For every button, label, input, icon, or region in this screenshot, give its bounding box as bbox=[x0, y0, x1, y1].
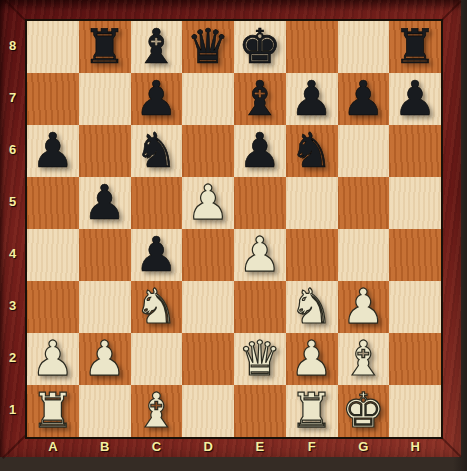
piece-white-pawn: ♟ bbox=[342, 282, 385, 330]
piece-black-pawn: ♟ bbox=[238, 126, 281, 174]
piece-black-pawn: ♟ bbox=[83, 178, 126, 226]
square-b4[interactable] bbox=[79, 229, 131, 281]
square-d6[interactable] bbox=[182, 125, 234, 177]
square-f1[interactable]: ♜ bbox=[286, 385, 338, 437]
file-label-d: D bbox=[182, 437, 234, 456]
piece-white-pawn: ♟ bbox=[31, 334, 74, 382]
piece-black-pawn: ♟ bbox=[290, 74, 333, 122]
square-a2[interactable]: ♟ bbox=[27, 333, 79, 385]
piece-black-bishop: ♝ bbox=[238, 74, 281, 122]
square-a6[interactable]: ♟ bbox=[27, 125, 79, 177]
piece-white-bishop: ♝ bbox=[342, 334, 385, 382]
square-g4[interactable] bbox=[338, 229, 390, 281]
square-e3[interactable] bbox=[234, 281, 286, 333]
rank-label-7: 7 bbox=[0, 71, 25, 123]
square-c8[interactable]: ♝ bbox=[131, 21, 183, 73]
file-label-g: G bbox=[338, 437, 390, 456]
piece-white-pawn: ♟ bbox=[290, 334, 333, 382]
square-g8[interactable] bbox=[338, 21, 390, 73]
piece-black-pawn: ♟ bbox=[394, 74, 437, 122]
file-label-e: E bbox=[234, 437, 286, 456]
square-d1[interactable] bbox=[182, 385, 234, 437]
square-a3[interactable] bbox=[27, 281, 79, 333]
square-f3[interactable]: ♞ bbox=[286, 281, 338, 333]
piece-black-pawn: ♟ bbox=[31, 126, 74, 174]
piece-black-bishop: ♝ bbox=[135, 22, 178, 70]
file-label-h: H bbox=[389, 437, 441, 456]
square-b6[interactable] bbox=[79, 125, 131, 177]
chess-app: 87654321 ABCDEFGH ♜♝♛♚♜♟♝♟♟♟♟♞♟♞♟♟♟♟♞♞♟♟… bbox=[0, 0, 467, 471]
piece-black-rook: ♜ bbox=[83, 22, 126, 70]
square-f7[interactable]: ♟ bbox=[286, 73, 338, 125]
square-f4[interactable] bbox=[286, 229, 338, 281]
piece-black-knight: ♞ bbox=[290, 126, 333, 174]
square-h7[interactable]: ♟ bbox=[389, 73, 441, 125]
square-b7[interactable] bbox=[79, 73, 131, 125]
square-a8[interactable] bbox=[27, 21, 79, 73]
piece-white-pawn: ♟ bbox=[238, 230, 281, 278]
piece-white-pawn: ♟ bbox=[83, 334, 126, 382]
square-f5[interactable] bbox=[286, 177, 338, 229]
board-frame: 87654321 ABCDEFGH ♜♝♛♚♜♟♝♟♟♟♟♞♟♞♟♟♟♟♞♞♟♟… bbox=[0, 0, 461, 457]
piece-black-pawn: ♟ bbox=[342, 74, 385, 122]
piece-white-pawn: ♟ bbox=[187, 178, 230, 226]
piece-white-rook: ♜ bbox=[31, 386, 74, 434]
square-d3[interactable] bbox=[182, 281, 234, 333]
file-label-b: B bbox=[79, 437, 131, 456]
piece-black-rook: ♜ bbox=[394, 22, 437, 70]
square-c4[interactable]: ♟ bbox=[131, 229, 183, 281]
square-c1[interactable]: ♝ bbox=[131, 385, 183, 437]
piece-black-king: ♚ bbox=[238, 22, 281, 70]
square-f8[interactable] bbox=[286, 21, 338, 73]
square-b8[interactable]: ♜ bbox=[79, 21, 131, 73]
square-f6[interactable]: ♞ bbox=[286, 125, 338, 177]
rank-label-4: 4 bbox=[0, 227, 25, 279]
square-h8[interactable]: ♜ bbox=[389, 21, 441, 73]
square-a4[interactable] bbox=[27, 229, 79, 281]
square-g3[interactable]: ♟ bbox=[338, 281, 390, 333]
file-labels: ABCDEFGH bbox=[27, 437, 441, 456]
square-b1[interactable] bbox=[79, 385, 131, 437]
square-h1[interactable] bbox=[389, 385, 441, 437]
piece-white-rook: ♜ bbox=[290, 386, 333, 434]
square-h2[interactable] bbox=[389, 333, 441, 385]
square-a7[interactable] bbox=[27, 73, 79, 125]
square-a1[interactable]: ♜ bbox=[27, 385, 79, 437]
file-label-c: C bbox=[131, 437, 183, 456]
square-d5[interactable]: ♟ bbox=[182, 177, 234, 229]
file-label-f: F bbox=[286, 437, 338, 456]
square-c3[interactable]: ♞ bbox=[131, 281, 183, 333]
square-d2[interactable] bbox=[182, 333, 234, 385]
piece-black-pawn: ♟ bbox=[135, 230, 178, 278]
square-g7[interactable]: ♟ bbox=[338, 73, 390, 125]
rank-label-6: 6 bbox=[0, 123, 25, 175]
rank-label-8: 8 bbox=[0, 19, 25, 71]
rank-label-3: 3 bbox=[0, 279, 25, 331]
square-d8[interactable]: ♛ bbox=[182, 21, 234, 73]
rank-label-1: 1 bbox=[0, 383, 25, 435]
square-a5[interactable] bbox=[27, 177, 79, 229]
piece-white-queen: ♛ bbox=[238, 334, 281, 382]
square-g6[interactable] bbox=[338, 125, 390, 177]
square-e1[interactable] bbox=[234, 385, 286, 437]
square-b3[interactable] bbox=[79, 281, 131, 333]
square-g2[interactable]: ♝ bbox=[338, 333, 390, 385]
square-d4[interactable] bbox=[182, 229, 234, 281]
rank-labels: 87654321 bbox=[0, 19, 25, 439]
square-c5[interactable] bbox=[131, 177, 183, 229]
piece-black-pawn: ♟ bbox=[135, 74, 178, 122]
square-e4[interactable]: ♟ bbox=[234, 229, 286, 281]
square-h4[interactable] bbox=[389, 229, 441, 281]
square-e6[interactable]: ♟ bbox=[234, 125, 286, 177]
square-e8[interactable]: ♚ bbox=[234, 21, 286, 73]
square-c6[interactable]: ♞ bbox=[131, 125, 183, 177]
square-e2[interactable]: ♛ bbox=[234, 333, 286, 385]
square-h5[interactable] bbox=[389, 177, 441, 229]
square-c2[interactable] bbox=[131, 333, 183, 385]
square-g1[interactable]: ♚ bbox=[338, 385, 390, 437]
square-h6[interactable] bbox=[389, 125, 441, 177]
square-b5[interactable]: ♟ bbox=[79, 177, 131, 229]
square-e5[interactable] bbox=[234, 177, 286, 229]
piece-white-king: ♚ bbox=[342, 386, 385, 434]
square-c7[interactable]: ♟ bbox=[131, 73, 183, 125]
square-b2[interactable]: ♟ bbox=[79, 333, 131, 385]
file-label-a: A bbox=[27, 437, 79, 456]
piece-black-queen: ♛ bbox=[187, 22, 230, 70]
square-d7[interactable] bbox=[182, 73, 234, 125]
square-g5[interactable] bbox=[338, 177, 390, 229]
piece-white-bishop: ♝ bbox=[135, 386, 178, 434]
square-e7[interactable]: ♝ bbox=[234, 73, 286, 125]
rank-label-5: 5 bbox=[0, 175, 25, 227]
piece-white-knight: ♞ bbox=[135, 282, 178, 330]
square-h3[interactable] bbox=[389, 281, 441, 333]
board: ♜♝♛♚♜♟♝♟♟♟♟♞♟♞♟♟♟♟♞♞♟♟♟♛♟♝♜♝♜♚ bbox=[25, 19, 443, 439]
rank-label-2: 2 bbox=[0, 331, 25, 383]
piece-white-knight: ♞ bbox=[290, 282, 333, 330]
square-f2[interactable]: ♟ bbox=[286, 333, 338, 385]
piece-black-knight: ♞ bbox=[135, 126, 178, 174]
